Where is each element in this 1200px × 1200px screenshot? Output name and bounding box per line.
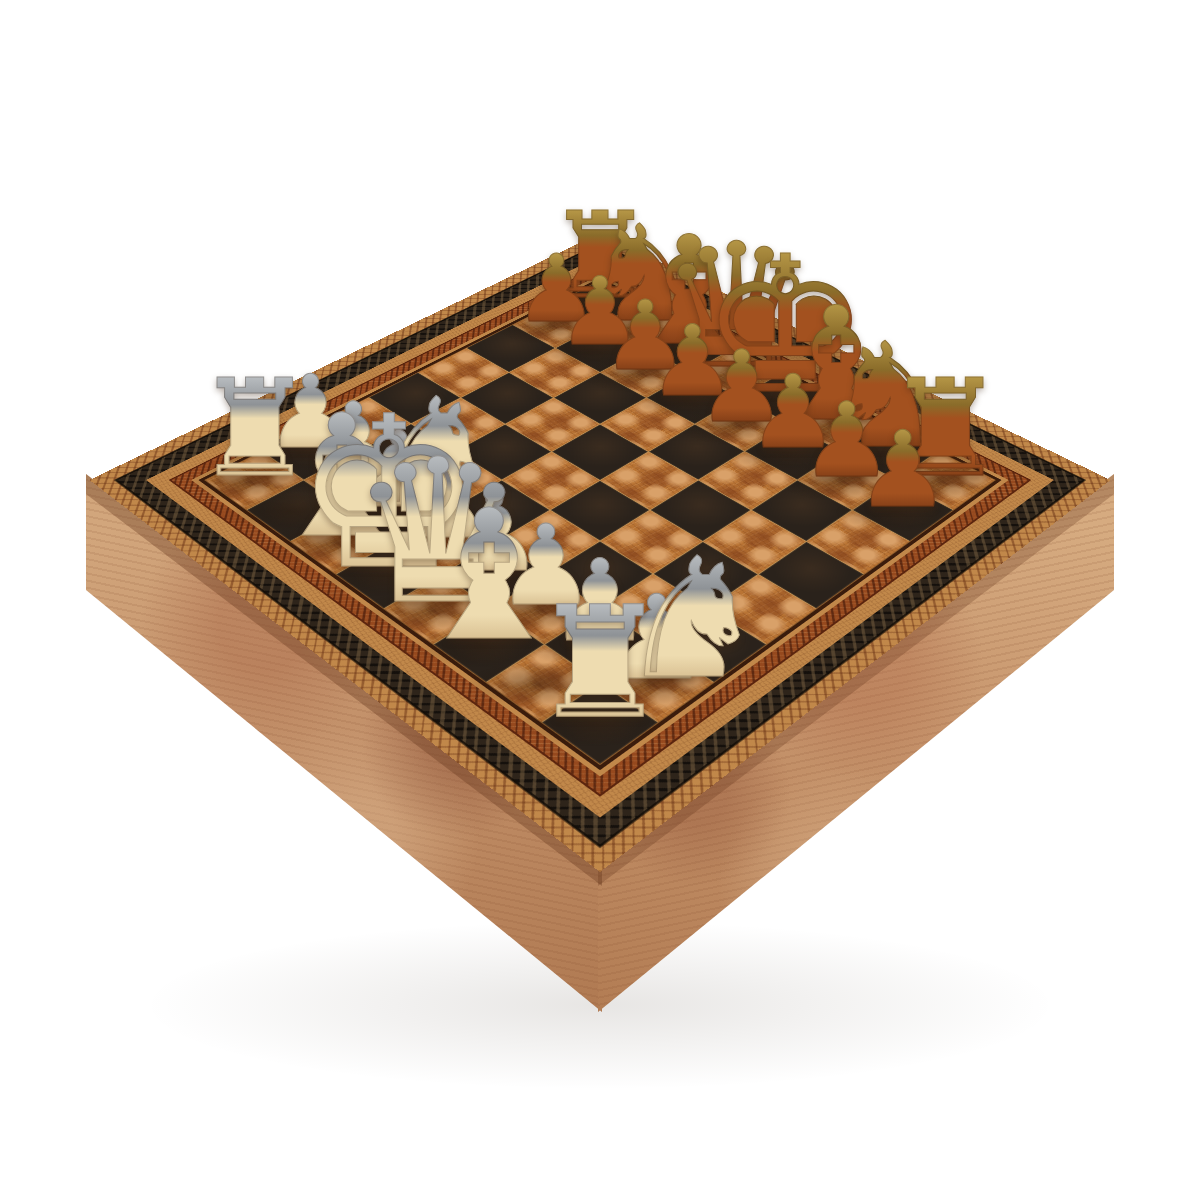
- pieces-layer: ♜♞♝♚♛♝♞♜♟♟♟♟♟♟♟♟♟♟♟♟♟♟♟♟♜♞♝♛♚♝♞♜: [0, 0, 1200, 1200]
- black-pawn-a7[interactable]: ♟: [855, 418, 949, 523]
- scene: ♜♞♝♚♛♝♞♜♟♟♟♟♟♟♟♟♟♟♟♟♟♟♟♟♜♞♝♛♚♝♞♜: [0, 0, 1200, 1200]
- white-rook-a1[interactable]: ♜: [531, 587, 669, 741]
